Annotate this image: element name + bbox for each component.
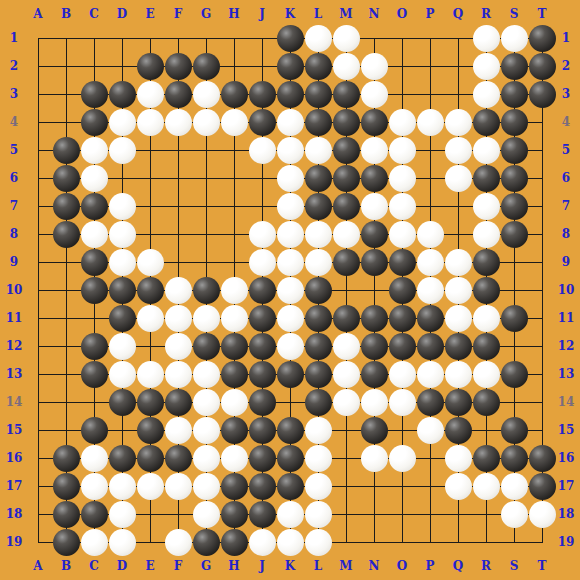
board-intersection[interactable] xyxy=(248,192,276,220)
board-intersection[interactable] xyxy=(276,444,304,472)
board-intersection[interactable] xyxy=(164,500,192,528)
board-intersection[interactable] xyxy=(108,136,136,164)
board-intersection[interactable] xyxy=(500,80,528,108)
board-intersection[interactable] xyxy=(80,220,108,248)
board-intersection[interactable] xyxy=(360,304,388,332)
board-intersection[interactable] xyxy=(304,80,332,108)
board-intersection[interactable] xyxy=(500,332,528,360)
board-intersection[interactable] xyxy=(500,500,528,528)
board-intersection[interactable] xyxy=(164,444,192,472)
board-intersection[interactable] xyxy=(332,248,360,276)
board-intersection[interactable] xyxy=(472,332,500,360)
board-intersection[interactable] xyxy=(304,192,332,220)
board-intersection[interactable] xyxy=(416,24,444,52)
board-intersection[interactable] xyxy=(360,220,388,248)
board-intersection[interactable] xyxy=(332,332,360,360)
board-intersection[interactable] xyxy=(444,332,472,360)
board-intersection[interactable] xyxy=(192,472,220,500)
board-intersection[interactable] xyxy=(472,304,500,332)
board-intersection[interactable] xyxy=(332,24,360,52)
board-intersection[interactable] xyxy=(52,52,80,80)
board-intersection[interactable] xyxy=(500,24,528,52)
board-intersection[interactable] xyxy=(24,360,52,388)
board-intersection[interactable] xyxy=(220,248,248,276)
board-intersection[interactable] xyxy=(192,248,220,276)
board-intersection[interactable] xyxy=(472,164,500,192)
board-intersection[interactable] xyxy=(248,388,276,416)
board-intersection[interactable] xyxy=(248,472,276,500)
board-intersection[interactable] xyxy=(136,444,164,472)
board-intersection[interactable] xyxy=(500,52,528,80)
board-intersection[interactable] xyxy=(304,332,332,360)
board-intersection[interactable] xyxy=(164,192,192,220)
board-intersection[interactable] xyxy=(500,164,528,192)
board-intersection[interactable] xyxy=(332,360,360,388)
board-intersection[interactable] xyxy=(304,472,332,500)
board-intersection[interactable] xyxy=(360,164,388,192)
board-intersection[interactable] xyxy=(276,80,304,108)
board-intersection[interactable] xyxy=(416,108,444,136)
board-intersection[interactable] xyxy=(52,416,80,444)
board-intersection[interactable] xyxy=(220,80,248,108)
board-intersection[interactable] xyxy=(276,472,304,500)
board-intersection[interactable] xyxy=(276,52,304,80)
board-intersection[interactable] xyxy=(52,332,80,360)
board-intersection[interactable] xyxy=(332,304,360,332)
board-intersection[interactable] xyxy=(416,332,444,360)
board-intersection[interactable] xyxy=(52,276,80,304)
board-intersection[interactable] xyxy=(360,500,388,528)
board-intersection[interactable] xyxy=(276,192,304,220)
board-intersection[interactable] xyxy=(444,80,472,108)
board-intersection[interactable] xyxy=(80,276,108,304)
board-intersection[interactable] xyxy=(360,108,388,136)
board-intersection[interactable] xyxy=(388,304,416,332)
board-intersection[interactable] xyxy=(360,276,388,304)
board-intersection[interactable] xyxy=(192,220,220,248)
board-intersection[interactable] xyxy=(136,136,164,164)
board-intersection[interactable] xyxy=(164,248,192,276)
board-intersection[interactable] xyxy=(416,444,444,472)
board-intersection[interactable] xyxy=(248,248,276,276)
board-intersection[interactable] xyxy=(52,220,80,248)
board-intersection[interactable] xyxy=(304,416,332,444)
board-intersection[interactable] xyxy=(220,276,248,304)
board-intersection[interactable] xyxy=(500,136,528,164)
board-intersection[interactable] xyxy=(416,472,444,500)
board-intersection[interactable] xyxy=(108,24,136,52)
board-intersection[interactable] xyxy=(500,388,528,416)
board-intersection[interactable] xyxy=(24,500,52,528)
board-intersection[interactable] xyxy=(444,444,472,472)
board-intersection[interactable] xyxy=(192,388,220,416)
board-intersection[interactable] xyxy=(136,276,164,304)
board-intersection[interactable] xyxy=(136,248,164,276)
board-intersection[interactable] xyxy=(500,108,528,136)
board-intersection[interactable] xyxy=(276,304,304,332)
board-intersection[interactable] xyxy=(304,388,332,416)
board-intersection[interactable] xyxy=(332,388,360,416)
board-intersection[interactable] xyxy=(24,304,52,332)
board-intersection[interactable] xyxy=(164,472,192,500)
board-intersection[interactable] xyxy=(472,220,500,248)
board-intersection[interactable] xyxy=(444,248,472,276)
board-intersection[interactable] xyxy=(220,164,248,192)
board-intersection[interactable] xyxy=(360,388,388,416)
board-intersection[interactable] xyxy=(24,164,52,192)
board-intersection[interactable] xyxy=(360,24,388,52)
board-intersection[interactable] xyxy=(304,24,332,52)
board-intersection[interactable] xyxy=(416,136,444,164)
board-intersection[interactable] xyxy=(220,360,248,388)
board-intersection[interactable] xyxy=(80,444,108,472)
board-intersection[interactable] xyxy=(388,220,416,248)
board-intersection[interactable] xyxy=(304,136,332,164)
board-intersection[interactable] xyxy=(276,500,304,528)
board-intersection[interactable] xyxy=(108,276,136,304)
board-intersection[interactable] xyxy=(192,136,220,164)
board-intersection[interactable] xyxy=(360,192,388,220)
board-intersection[interactable] xyxy=(248,304,276,332)
board-intersection[interactable] xyxy=(52,500,80,528)
board-intersection[interactable] xyxy=(332,500,360,528)
board-intersection[interactable] xyxy=(416,388,444,416)
board-intersection[interactable] xyxy=(164,304,192,332)
board-intersection[interactable] xyxy=(164,136,192,164)
board-intersection[interactable] xyxy=(248,52,276,80)
board-intersection[interactable] xyxy=(332,52,360,80)
board-intersection[interactable] xyxy=(192,360,220,388)
board-intersection[interactable] xyxy=(136,360,164,388)
board-intersection[interactable] xyxy=(472,192,500,220)
board-intersection[interactable] xyxy=(444,108,472,136)
board-intersection[interactable] xyxy=(416,276,444,304)
board-intersection[interactable] xyxy=(388,332,416,360)
board-intersection[interactable] xyxy=(192,500,220,528)
board-intersection[interactable] xyxy=(360,248,388,276)
board-intersection[interactable] xyxy=(276,332,304,360)
board-intersection[interactable] xyxy=(304,304,332,332)
board-intersection[interactable] xyxy=(416,192,444,220)
board-intersection[interactable] xyxy=(108,108,136,136)
board-intersection[interactable] xyxy=(360,444,388,472)
board-intersection[interactable] xyxy=(332,164,360,192)
board-intersection[interactable] xyxy=(80,52,108,80)
board-intersection[interactable] xyxy=(388,276,416,304)
board-intersection[interactable] xyxy=(220,52,248,80)
board-intersection[interactable] xyxy=(304,248,332,276)
board-intersection[interactable] xyxy=(108,220,136,248)
board-intersection[interactable] xyxy=(332,416,360,444)
board-intersection[interactable] xyxy=(80,388,108,416)
board-intersection[interactable] xyxy=(52,164,80,192)
board-intersection[interactable] xyxy=(164,164,192,192)
board-intersection[interactable] xyxy=(164,80,192,108)
board-intersection[interactable] xyxy=(192,164,220,192)
board-intersection[interactable] xyxy=(388,24,416,52)
board-intersection[interactable] xyxy=(164,24,192,52)
board-intersection[interactable] xyxy=(444,192,472,220)
board-intersection[interactable] xyxy=(332,276,360,304)
board-intersection[interactable] xyxy=(472,136,500,164)
board-intersection[interactable] xyxy=(388,500,416,528)
board-intersection[interactable] xyxy=(52,108,80,136)
board-intersection[interactable] xyxy=(108,192,136,220)
board-intersection[interactable] xyxy=(136,304,164,332)
board-intersection[interactable] xyxy=(248,80,276,108)
board-intersection[interactable] xyxy=(192,80,220,108)
board-intersection[interactable] xyxy=(332,220,360,248)
board-intersection[interactable] xyxy=(248,500,276,528)
board-intersection[interactable] xyxy=(500,472,528,500)
board-intersection[interactable] xyxy=(24,276,52,304)
board-intersection[interactable] xyxy=(52,136,80,164)
board-intersection[interactable] xyxy=(192,24,220,52)
board-intersection[interactable] xyxy=(248,360,276,388)
board-intersection[interactable] xyxy=(276,248,304,276)
board-intersection[interactable] xyxy=(360,360,388,388)
board-intersection[interactable] xyxy=(108,500,136,528)
board-intersection[interactable] xyxy=(444,416,472,444)
board-intersection[interactable] xyxy=(24,80,52,108)
board-intersection[interactable] xyxy=(472,472,500,500)
board-intersection[interactable] xyxy=(164,388,192,416)
board-intersection[interactable] xyxy=(388,444,416,472)
board-intersection[interactable] xyxy=(52,388,80,416)
board-intersection[interactable] xyxy=(52,248,80,276)
board-intersection[interactable] xyxy=(80,304,108,332)
board-intersection[interactable] xyxy=(24,192,52,220)
board-intersection[interactable] xyxy=(108,444,136,472)
board-intersection[interactable] xyxy=(248,24,276,52)
board-intersection[interactable] xyxy=(136,192,164,220)
board-intersection[interactable] xyxy=(24,108,52,136)
board-intersection[interactable] xyxy=(276,220,304,248)
board-intersection[interactable] xyxy=(304,360,332,388)
board-intersection[interactable] xyxy=(108,472,136,500)
board-intersection[interactable] xyxy=(24,472,52,500)
board-intersection[interactable] xyxy=(444,500,472,528)
board-intersection[interactable] xyxy=(80,192,108,220)
board-intersection[interactable] xyxy=(220,192,248,220)
board-intersection[interactable] xyxy=(80,24,108,52)
board-intersection[interactable] xyxy=(52,444,80,472)
board-intersection[interactable] xyxy=(108,52,136,80)
board-intersection[interactable] xyxy=(360,80,388,108)
board-intersection[interactable] xyxy=(444,164,472,192)
board-intersection[interactable] xyxy=(388,472,416,500)
board-intersection[interactable] xyxy=(276,108,304,136)
board-intersection[interactable] xyxy=(332,472,360,500)
board-intersection[interactable] xyxy=(360,332,388,360)
board-intersection[interactable] xyxy=(136,164,164,192)
board-intersection[interactable] xyxy=(416,416,444,444)
board-intersection[interactable] xyxy=(220,444,248,472)
board-intersection[interactable] xyxy=(248,136,276,164)
board-intersection[interactable] xyxy=(248,108,276,136)
board-intersection[interactable] xyxy=(164,108,192,136)
board-intersection[interactable] xyxy=(360,52,388,80)
board-intersection[interactable] xyxy=(248,220,276,248)
board-intersection[interactable] xyxy=(276,276,304,304)
board-intersection[interactable] xyxy=(388,388,416,416)
board-intersection[interactable] xyxy=(472,388,500,416)
board-intersection[interactable] xyxy=(220,220,248,248)
board-intersection[interactable] xyxy=(360,136,388,164)
board-intersection[interactable] xyxy=(108,416,136,444)
board-intersection[interactable] xyxy=(444,136,472,164)
board-intersection[interactable] xyxy=(472,248,500,276)
board-intersection[interactable] xyxy=(52,304,80,332)
board-intersection[interactable] xyxy=(444,360,472,388)
board-intersection[interactable] xyxy=(164,360,192,388)
board-intersection[interactable] xyxy=(220,24,248,52)
board-intersection[interactable] xyxy=(388,192,416,220)
board-intersection[interactable] xyxy=(220,500,248,528)
board-intersection[interactable] xyxy=(416,220,444,248)
board-intersection[interactable] xyxy=(444,472,472,500)
board-intersection[interactable] xyxy=(136,472,164,500)
board-intersection[interactable] xyxy=(500,416,528,444)
board-intersection[interactable] xyxy=(276,360,304,388)
board-intersection[interactable] xyxy=(276,388,304,416)
board-intersection[interactable] xyxy=(192,444,220,472)
board-intersection[interactable] xyxy=(164,276,192,304)
board-intersection[interactable] xyxy=(220,108,248,136)
board-intersection[interactable] xyxy=(248,416,276,444)
board-intersection[interactable] xyxy=(276,24,304,52)
board-intersection[interactable] xyxy=(220,472,248,500)
board-intersection[interactable] xyxy=(444,52,472,80)
board-intersection[interactable] xyxy=(276,136,304,164)
board-intersection[interactable] xyxy=(192,416,220,444)
board-intersection[interactable] xyxy=(500,276,528,304)
board-intersection[interactable] xyxy=(416,52,444,80)
board-intersection[interactable] xyxy=(304,164,332,192)
board-intersection[interactable] xyxy=(444,24,472,52)
board-intersection[interactable] xyxy=(304,276,332,304)
board-intersection[interactable] xyxy=(80,108,108,136)
board-intersection[interactable] xyxy=(248,276,276,304)
board-intersection[interactable] xyxy=(416,80,444,108)
board-intersection[interactable] xyxy=(220,136,248,164)
board-intersection[interactable] xyxy=(192,192,220,220)
board-intersection[interactable] xyxy=(52,472,80,500)
board-intersection[interactable] xyxy=(276,164,304,192)
board-intersection[interactable] xyxy=(24,416,52,444)
board-intersection[interactable] xyxy=(108,304,136,332)
board-intersection[interactable] xyxy=(416,164,444,192)
board-intersection[interactable] xyxy=(192,52,220,80)
board-intersection[interactable] xyxy=(24,248,52,276)
board-intersection[interactable] xyxy=(388,360,416,388)
board-intersection[interactable] xyxy=(164,416,192,444)
board-intersection[interactable] xyxy=(108,248,136,276)
board-intersection[interactable] xyxy=(500,444,528,472)
board-intersection[interactable] xyxy=(304,444,332,472)
board-intersection[interactable] xyxy=(24,332,52,360)
board-intersection[interactable] xyxy=(388,164,416,192)
board-intersection[interactable] xyxy=(80,360,108,388)
board-intersection[interactable] xyxy=(444,276,472,304)
board-intersection[interactable] xyxy=(304,220,332,248)
board-intersection[interactable] xyxy=(80,332,108,360)
board-intersection[interactable] xyxy=(388,108,416,136)
board-intersection[interactable] xyxy=(248,332,276,360)
board-intersection[interactable] xyxy=(108,164,136,192)
board-intersection[interactable] xyxy=(388,248,416,276)
board-intersection[interactable] xyxy=(472,276,500,304)
board-intersection[interactable] xyxy=(472,416,500,444)
board-intersection[interactable] xyxy=(416,500,444,528)
board-intersection[interactable] xyxy=(472,24,500,52)
board-intersection[interactable] xyxy=(444,220,472,248)
board-intersection[interactable] xyxy=(416,360,444,388)
board-intersection[interactable] xyxy=(24,388,52,416)
board-intersection[interactable] xyxy=(136,52,164,80)
board-intersection[interactable] xyxy=(52,192,80,220)
board-intersection[interactable] xyxy=(80,472,108,500)
board-intersection[interactable] xyxy=(192,332,220,360)
board-intersection[interactable] xyxy=(472,444,500,472)
board-intersection[interactable] xyxy=(416,304,444,332)
board-intersection[interactable] xyxy=(80,164,108,192)
board-intersection[interactable] xyxy=(80,248,108,276)
board-intersection[interactable] xyxy=(332,108,360,136)
board-intersection[interactable] xyxy=(472,80,500,108)
board-intersection[interactable] xyxy=(136,108,164,136)
board-intersection[interactable] xyxy=(332,80,360,108)
board-intersection[interactable] xyxy=(472,108,500,136)
board-intersection[interactable] xyxy=(500,248,528,276)
board-intersection[interactable] xyxy=(52,24,80,52)
board-intersection[interactable] xyxy=(360,472,388,500)
board-intersection[interactable] xyxy=(500,360,528,388)
board-intersection[interactable] xyxy=(472,52,500,80)
board-intersection[interactable] xyxy=(500,220,528,248)
board-intersection[interactable] xyxy=(80,416,108,444)
board-intersection[interactable] xyxy=(248,164,276,192)
board-intersection[interactable] xyxy=(444,304,472,332)
board-intersection[interactable] xyxy=(164,220,192,248)
board-intersection[interactable] xyxy=(500,192,528,220)
board-intersection[interactable] xyxy=(332,136,360,164)
board-intersection[interactable] xyxy=(472,360,500,388)
board-intersection[interactable] xyxy=(108,80,136,108)
board-intersection[interactable] xyxy=(136,80,164,108)
board-intersection[interactable] xyxy=(80,136,108,164)
board-intersection[interactable] xyxy=(304,500,332,528)
board-intersection[interactable] xyxy=(248,444,276,472)
board-intersection[interactable] xyxy=(500,304,528,332)
board-intersection[interactable] xyxy=(332,444,360,472)
board-intersection[interactable] xyxy=(472,500,500,528)
board-intersection[interactable] xyxy=(192,304,220,332)
board-intersection[interactable] xyxy=(136,500,164,528)
board-intersection[interactable] xyxy=(136,416,164,444)
board-intersection[interactable] xyxy=(136,24,164,52)
board-intersection[interactable] xyxy=(388,416,416,444)
board-intersection[interactable] xyxy=(164,332,192,360)
board-intersection[interactable] xyxy=(108,388,136,416)
board-intersection[interactable] xyxy=(388,80,416,108)
board-intersection[interactable] xyxy=(52,80,80,108)
board-intersection[interactable] xyxy=(24,136,52,164)
board-intersection[interactable] xyxy=(24,220,52,248)
board-intersection[interactable] xyxy=(332,192,360,220)
board-intersection[interactable] xyxy=(192,276,220,304)
board-intersection[interactable] xyxy=(24,444,52,472)
